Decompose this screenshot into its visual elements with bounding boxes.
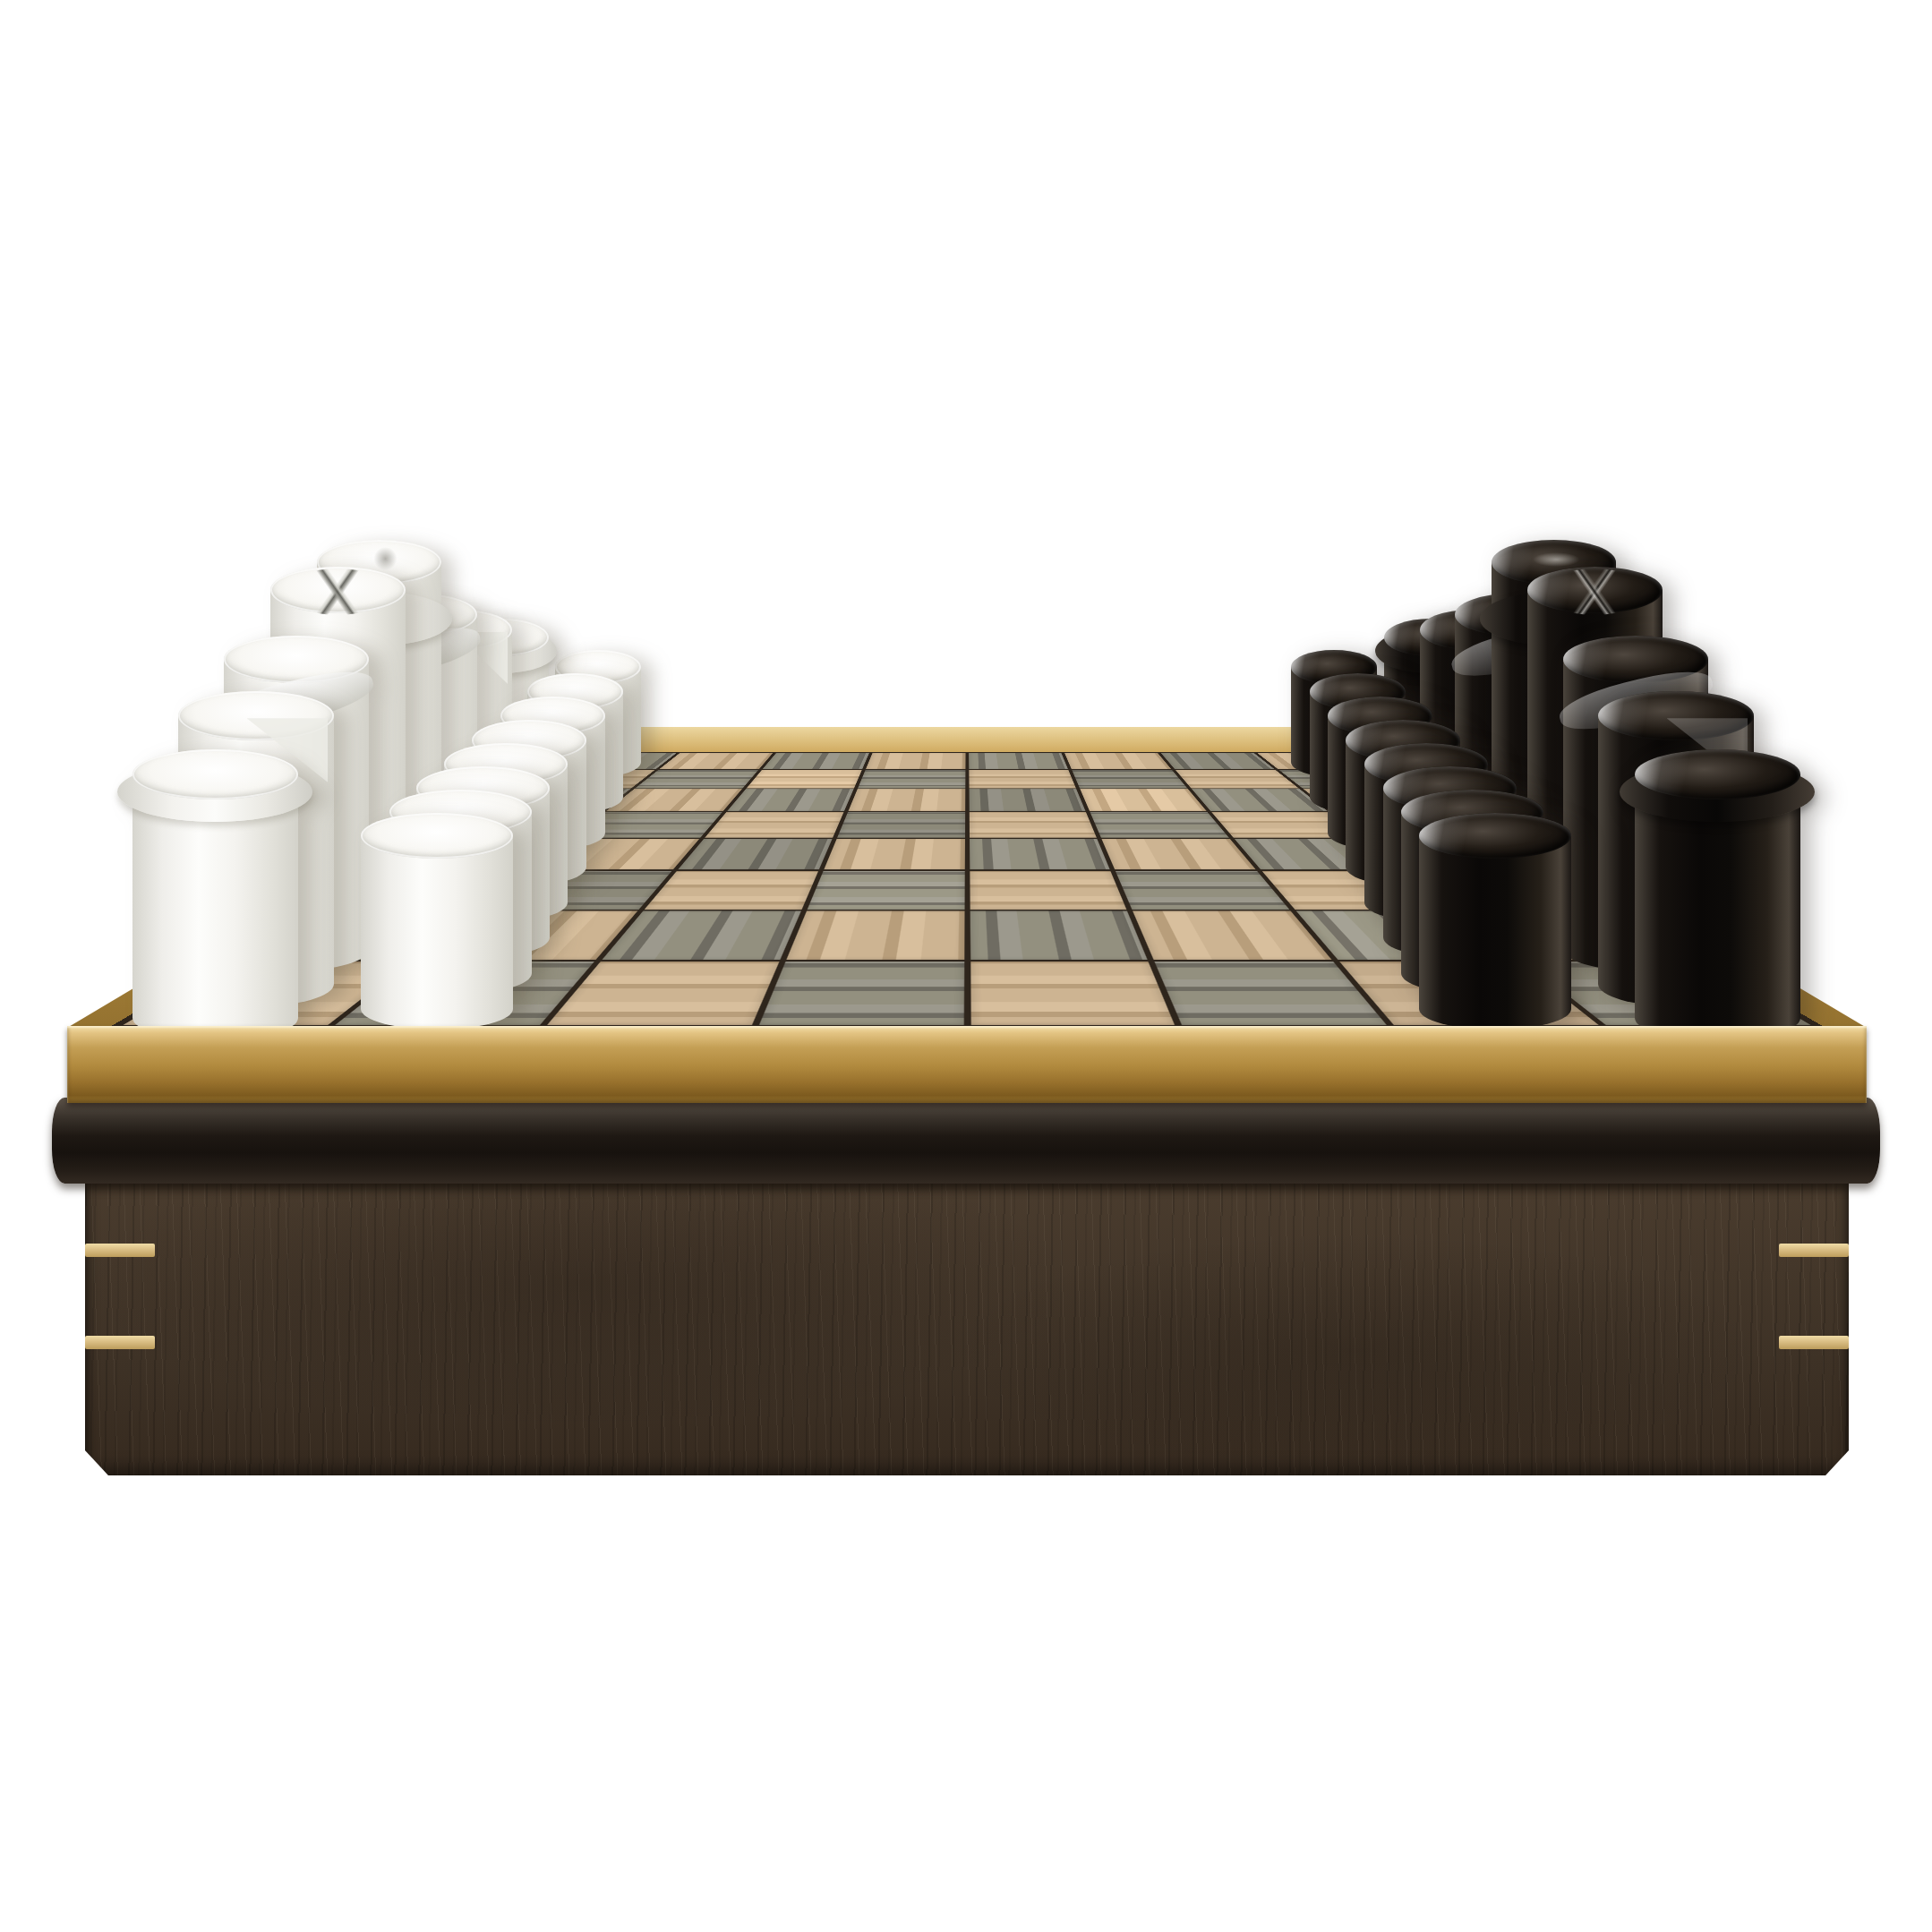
- brass-inlay: [85, 1244, 155, 1257]
- square-e4[interactable]: [837, 812, 965, 838]
- square-d6[interactable]: [1102, 839, 1257, 870]
- square-c6[interactable]: [1116, 871, 1289, 910]
- brass-inlay: [85, 1336, 155, 1349]
- square-h2[interactable]: [659, 753, 773, 769]
- square-g6[interactable]: [1072, 770, 1187, 789]
- square-h6[interactable]: [1064, 753, 1171, 769]
- square-d3[interactable]: [678, 839, 833, 870]
- brass-inlay: [1779, 1336, 1849, 1349]
- black-rook[interactable]: [1635, 749, 1800, 1040]
- square-c5[interactable]: [970, 871, 1127, 910]
- white-pawn[interactable]: [361, 813, 513, 1030]
- brass-front-rail: [67, 1026, 1867, 1103]
- square-b3[interactable]: [602, 911, 800, 960]
- square-h3[interactable]: [763, 753, 869, 769]
- square-d4[interactable]: [824, 839, 965, 870]
- square-b4[interactable]: [786, 911, 964, 960]
- square-e5[interactable]: [969, 812, 1097, 838]
- chess-set-scene: [0, 0, 1932, 1932]
- square-a5[interactable]: [970, 962, 1175, 1025]
- square-f5[interactable]: [969, 789, 1086, 810]
- white-rook[interactable]: [133, 749, 298, 1040]
- square-d5[interactable]: [970, 839, 1111, 870]
- square-c4[interactable]: [807, 871, 964, 910]
- square-f3[interactable]: [727, 789, 853, 810]
- square-g4[interactable]: [858, 770, 965, 789]
- oak-box-base: [85, 1180, 1849, 1475]
- brass-inlay: [1779, 1244, 1849, 1257]
- black-pawn[interactable]: [1419, 813, 1571, 1030]
- square-a4[interactable]: [758, 962, 963, 1025]
- square-g3[interactable]: [747, 770, 862, 789]
- square-h4[interactable]: [866, 753, 965, 769]
- square-g7[interactable]: [1175, 770, 1299, 789]
- square-g5[interactable]: [969, 770, 1076, 789]
- square-h5[interactable]: [969, 753, 1068, 769]
- square-e6[interactable]: [1090, 812, 1229, 838]
- square-g2[interactable]: [635, 770, 758, 789]
- square-b5[interactable]: [970, 911, 1148, 960]
- square-e3[interactable]: [705, 812, 843, 838]
- square-f2[interactable]: [606, 789, 741, 810]
- square-h7[interactable]: [1161, 753, 1275, 769]
- square-f6[interactable]: [1081, 789, 1207, 810]
- base-molding: [52, 1098, 1880, 1184]
- square-f4[interactable]: [848, 789, 965, 810]
- square-c3[interactable]: [644, 871, 817, 910]
